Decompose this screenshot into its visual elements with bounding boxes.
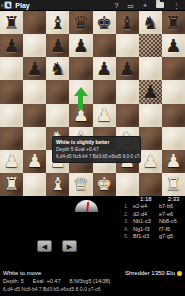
square-h5[interactable] (162, 80, 185, 103)
piece-black-rook[interactable]: ♜ (162, 11, 185, 34)
square-b7[interactable] (23, 34, 46, 57)
square-g5[interactable]: ♟ (139, 80, 162, 103)
square-g1[interactable] (139, 173, 162, 196)
square-e4[interactable]: ♟ (93, 104, 116, 127)
square-b4[interactable] (23, 104, 46, 127)
move-list[interactable]: 1:18 2:33 1.e2-e4b7-b62.d2-d4e7-e63.Nb1-… (124, 195, 184, 241)
overflow-menu-icon[interactable]: ⋮ (173, 0, 180, 11)
square-c7[interactable]: ♟ (46, 34, 69, 57)
window-icon[interactable]: ▭ (127, 0, 134, 11)
square-h6[interactable] (162, 57, 185, 80)
engine-label: Shredder 1350 Elo (125, 269, 175, 277)
piece-black-pawn[interactable]: ♟ (139, 80, 162, 103)
white-move: d2-d4 (133, 211, 159, 219)
square-g8[interactable]: ♞ (139, 11, 162, 34)
square-h4[interactable] (162, 104, 185, 127)
page-title: Play (15, 2, 29, 9)
square-a2[interactable]: ♟ (0, 150, 23, 173)
move-row[interactable]: 3.Nb1-c3Nb8-c6 (124, 218, 184, 226)
square-g7[interactable] (139, 34, 162, 57)
previous-move-button[interactable]: ◀ (37, 240, 52, 252)
square-b5[interactable] (23, 80, 46, 103)
piece-black-king[interactable]: ♚ (93, 11, 116, 34)
engine-gauge (75, 200, 98, 212)
piece-white-pawn[interactable]: ♟ (93, 104, 116, 127)
piece-white-rook[interactable]: ♜ (162, 173, 185, 196)
square-a1[interactable]: ♜ (0, 173, 23, 196)
turn-indicator: White to move (3, 269, 41, 277)
square-b6[interactable]: ♟ (23, 57, 46, 80)
play-screen: ‹ ♞ Play ? ▭ + ⋮ ♜♝♛♚♝♞♜♟♟♟♟♟♞♟♟♟♟♟♞♝♞♟♟… (0, 0, 185, 296)
help-icon[interactable]: ? (114, 0, 118, 11)
depth-value: Depth: 5 (3, 277, 24, 285)
move-number: 1. (124, 203, 133, 211)
square-e8[interactable]: ♚ (93, 11, 116, 34)
piece-black-bishop[interactable]: ♝ (116, 11, 139, 34)
square-h2[interactable]: ♟ (162, 150, 185, 173)
square-h8[interactable]: ♜ (162, 11, 185, 34)
piece-black-knight[interactable]: ♞ (46, 57, 69, 80)
clocks: 1:18 2:33 (124, 195, 184, 203)
black-move: Nb8-c6 (159, 218, 177, 226)
move-row[interactable]: 4.Ng1-f3f7-f6 (124, 226, 184, 234)
eval-value: Eval: +0.47 (33, 277, 61, 285)
square-g4[interactable] (139, 104, 162, 127)
move-number: 5. (124, 233, 133, 241)
square-c4[interactable] (46, 104, 69, 127)
piece-black-rook[interactable]: ♜ (0, 11, 23, 34)
square-e1[interactable]: ♚ (93, 173, 116, 196)
tooltip-depth-eval: Depth 5 Eval +0.47 (56, 146, 137, 153)
piece-black-pawn[interactable]: ♟ (23, 57, 46, 80)
square-a4[interactable] (0, 104, 23, 127)
plus-icon[interactable]: + (143, 0, 147, 11)
square-d6[interactable] (69, 57, 92, 80)
square-f6[interactable]: ♟ (116, 57, 139, 80)
piece-black-pawn[interactable]: ♟ (69, 34, 92, 57)
piece-white-pawn[interactable]: ♟ (23, 150, 46, 173)
app-icon: ♞ (4, 1, 12, 9)
square-b1[interactable] (23, 173, 46, 196)
move-row[interactable]: 2.d2-d4e7-e6 (124, 211, 184, 219)
square-h1[interactable]: ♜ (162, 173, 185, 196)
square-d7[interactable]: ♟ (69, 34, 92, 57)
move-number: 4. (124, 226, 133, 234)
search-move: 8.Nf3xg5 (14/38) (69, 277, 110, 285)
square-e7[interactable] (93, 34, 116, 57)
square-a3[interactable] (0, 127, 23, 150)
piece-black-pawn[interactable]: ♟ (116, 57, 139, 80)
square-f5[interactable] (116, 80, 139, 103)
square-g6[interactable] (139, 57, 162, 80)
piece-white-bishop[interactable]: ♝ (46, 173, 69, 196)
square-e5[interactable] (93, 80, 116, 103)
piece-black-pawn[interactable]: ♟ (0, 34, 23, 57)
black-move: b7-b6 (159, 203, 173, 211)
square-c5[interactable] (46, 80, 69, 103)
piece-white-king[interactable]: ♚ (93, 173, 116, 196)
black-move: f7-f6 (159, 226, 170, 234)
square-g3[interactable] (139, 127, 162, 150)
square-h7[interactable]: ♟ (162, 34, 185, 57)
square-f7[interactable] (116, 34, 139, 57)
piece-black-pawn[interactable]: ♟ (46, 34, 69, 57)
square-b3[interactable] (23, 127, 46, 150)
square-h3[interactable] (162, 127, 185, 150)
last-move-highlight (139, 34, 162, 57)
square-f4[interactable] (116, 104, 139, 127)
square-a6[interactable] (0, 57, 23, 80)
move-row[interactable]: 5.Bf1-d3g7-g5 (124, 233, 184, 241)
square-d5[interactable] (69, 80, 92, 103)
piece-white-pawn[interactable]: ♟ (162, 150, 185, 173)
white-move: Nb1-c3 (133, 218, 159, 226)
square-f8[interactable]: ♝ (116, 11, 139, 34)
app-bar: ‹ ♞ Play ? ▭ + ⋮ (0, 0, 185, 11)
square-c8[interactable]: ♝ (46, 11, 69, 34)
chess-board[interactable]: ♜♝♛♚♝♞♜♟♟♟♟♟♞♟♟♟♟♟♞♝♞♟♟♟♟♟♟♜♝♛♚♜ (0, 11, 185, 196)
square-c1[interactable]: ♝ (46, 173, 69, 196)
piece-black-pawn[interactable]: ♟ (162, 34, 185, 57)
analysis-tooltip: White is slightly better Depth 5 Eval +0… (52, 136, 141, 163)
square-b2[interactable]: ♟ (23, 150, 46, 173)
square-a8[interactable]: ♜ (0, 11, 23, 34)
piece-black-queen[interactable]: ♛ (69, 11, 92, 34)
move-number: 3. (124, 218, 133, 226)
black-move: g7-g5 (159, 233, 173, 241)
piece-black-pawn[interactable]: ♟ (93, 57, 116, 80)
square-d1[interactable]: ♛ (69, 173, 92, 196)
piece-white-pawn[interactable]: ♟ (0, 150, 23, 173)
tooltip-line: 6.d4-d5 Nc6-b4 7.Bd3-b5 e6xd5 8.0-0 c7-c… (56, 153, 137, 160)
move-number: 2. (124, 211, 133, 219)
tooltip-verdict: White is slightly better (56, 139, 137, 146)
white-move: Ng1-f3 (133, 226, 159, 234)
black-move: e7-e6 (159, 211, 173, 219)
piece-white-rook[interactable]: ♜ (0, 173, 23, 196)
square-a5[interactable] (0, 80, 23, 103)
next-move-button[interactable]: ▶ (62, 240, 77, 252)
square-a7[interactable]: ♟ (0, 34, 23, 57)
folder-icon[interactable] (156, 2, 164, 8)
square-d8[interactable]: ♛ (69, 11, 92, 34)
engine-status-dot (177, 271, 182, 276)
piece-white-pawn[interactable]: ♟ (69, 104, 92, 127)
square-f1[interactable] (116, 173, 139, 196)
square-d4[interactable]: ♟ (69, 104, 92, 127)
piece-white-queen[interactable]: ♛ (69, 173, 92, 196)
piece-black-knight[interactable]: ♞ (139, 11, 162, 34)
white-move: e2-e4 (133, 203, 159, 211)
square-e6[interactable]: ♟ (93, 57, 116, 80)
square-b8[interactable] (23, 11, 46, 34)
gauge-needle (86, 202, 89, 212)
move-row[interactable]: 1.e2-e4b7-b6 (124, 203, 184, 211)
piece-black-bishop[interactable]: ♝ (46, 11, 69, 34)
square-c6[interactable]: ♞ (46, 57, 69, 80)
white-clock: 1:18 (140, 195, 152, 203)
black-clock: 2:33 (168, 195, 180, 203)
back-icon[interactable]: ‹ (1, 0, 3, 11)
white-move: Bf1-d3 (133, 233, 159, 241)
status-bar: White to move Shredder 1350 Elo Depth: 5… (3, 269, 182, 293)
pv-line: 6.d4-d5 Nc6-b4 7.Bd3-b5 e6xd5 8.0-0 c7-c… (3, 285, 182, 293)
